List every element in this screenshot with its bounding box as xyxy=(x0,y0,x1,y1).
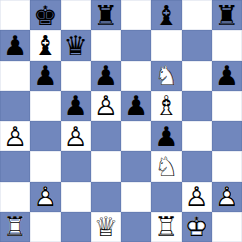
square-g2[interactable]: ♟♙ xyxy=(182,182,212,212)
white-piece-outline: ♙ xyxy=(212,182,242,212)
square-g6[interactable] xyxy=(182,61,212,91)
square-e1[interactable] xyxy=(121,212,151,242)
piece-black-king[interactable]: ♚ xyxy=(30,0,60,30)
square-d3[interactable] xyxy=(91,151,121,181)
piece-white-rook[interactable]: ♜♖ xyxy=(0,212,30,242)
white-piece-fill: ♞ xyxy=(151,151,181,181)
square-c2[interactable] xyxy=(61,182,91,212)
square-a8[interactable] xyxy=(0,0,30,30)
square-f2[interactable] xyxy=(151,182,181,212)
square-b8[interactable]: ♚ xyxy=(30,0,60,30)
black-piece-glyph: ♜ xyxy=(91,0,121,30)
white-piece-fill: ♟ xyxy=(91,91,121,121)
white-piece-outline: ♔ xyxy=(182,212,212,242)
square-b4[interactable] xyxy=(30,121,60,151)
square-c3[interactable] xyxy=(61,151,91,181)
white-piece-outline: ♘ xyxy=(151,61,181,91)
black-piece-glyph: ♝ xyxy=(151,0,181,30)
square-h5[interactable] xyxy=(212,91,242,121)
white-piece-fill: ♟ xyxy=(61,121,91,151)
square-a5[interactable] xyxy=(0,91,30,121)
square-d8[interactable]: ♜ xyxy=(91,0,121,30)
square-e5[interactable]: ♟ xyxy=(121,91,151,121)
square-f8[interactable]: ♝ xyxy=(151,0,181,30)
piece-white-pawn[interactable]: ♟♙ xyxy=(61,121,91,151)
square-h4[interactable] xyxy=(212,121,242,151)
square-h1[interactable] xyxy=(212,212,242,242)
square-f3[interactable]: ♞♘ xyxy=(151,151,181,181)
black-piece-glyph: ♟ xyxy=(151,121,181,151)
white-piece-outline: ♖ xyxy=(0,212,30,242)
piece-white-bishop[interactable]: ♝♗ xyxy=(151,91,181,121)
square-c7[interactable]: ♛ xyxy=(61,30,91,60)
black-piece-glyph: ♟ xyxy=(30,61,60,91)
black-piece-glyph: ♟ xyxy=(212,61,242,91)
piece-black-pawn[interactable]: ♟ xyxy=(61,91,91,121)
square-b2[interactable]: ♟♙ xyxy=(30,182,60,212)
square-b5[interactable] xyxy=(30,91,60,121)
square-h8[interactable]: ♜ xyxy=(212,0,242,30)
black-piece-glyph: ♟ xyxy=(91,61,121,91)
piece-black-queen[interactable]: ♛ xyxy=(61,30,91,60)
piece-white-pawn[interactable]: ♟♙ xyxy=(0,121,30,151)
square-c8[interactable] xyxy=(61,0,91,30)
black-piece-glyph: ♚ xyxy=(30,0,60,30)
white-piece-fill: ♚ xyxy=(182,212,212,242)
square-h2[interactable]: ♟♙ xyxy=(212,182,242,212)
piece-black-rook[interactable]: ♜ xyxy=(212,0,242,30)
square-h7[interactable] xyxy=(212,30,242,60)
white-piece-outline: ♗ xyxy=(151,91,181,121)
square-e7[interactable] xyxy=(121,30,151,60)
square-g3[interactable] xyxy=(182,151,212,181)
piece-white-knight[interactable]: ♞♘ xyxy=(151,151,181,181)
black-piece-glyph: ♟ xyxy=(121,91,151,121)
white-piece-outline: ♖ xyxy=(151,212,181,242)
piece-black-pawn[interactable]: ♟ xyxy=(121,91,151,121)
piece-black-pawn[interactable]: ♟ xyxy=(91,61,121,91)
square-c1[interactable] xyxy=(61,212,91,242)
square-a6[interactable] xyxy=(0,61,30,91)
square-g4[interactable] xyxy=(182,121,212,151)
black-piece-glyph: ♜ xyxy=(212,0,242,30)
square-d2[interactable] xyxy=(91,182,121,212)
square-d4[interactable] xyxy=(91,121,121,151)
square-b3[interactable] xyxy=(30,151,60,181)
white-piece-fill: ♜ xyxy=(151,212,181,242)
square-b1[interactable] xyxy=(30,212,60,242)
square-a3[interactable] xyxy=(0,151,30,181)
white-piece-outline: ♙ xyxy=(182,182,212,212)
square-c5[interactable]: ♟ xyxy=(61,91,91,121)
square-e3[interactable] xyxy=(121,151,151,181)
white-piece-fill: ♞ xyxy=(151,61,181,91)
square-e4[interactable] xyxy=(121,121,151,151)
square-b6[interactable]: ♟ xyxy=(30,61,60,91)
square-h3[interactable] xyxy=(212,151,242,181)
white-piece-fill: ♜ xyxy=(0,212,30,242)
black-piece-glyph: ♝ xyxy=(30,30,60,60)
piece-white-pawn[interactable]: ♟♙ xyxy=(91,91,121,121)
square-f7[interactable] xyxy=(151,30,181,60)
square-g8[interactable] xyxy=(182,0,212,30)
square-a2[interactable] xyxy=(0,182,30,212)
black-piece-glyph: ♟ xyxy=(0,30,30,60)
white-piece-outline: ♙ xyxy=(61,121,91,151)
square-g7[interactable] xyxy=(182,30,212,60)
square-a4[interactable]: ♟♙ xyxy=(0,121,30,151)
black-piece-glyph: ♛ xyxy=(61,30,91,60)
square-e2[interactable] xyxy=(121,182,151,212)
piece-black-rook[interactable]: ♜ xyxy=(91,0,121,30)
square-f6[interactable]: ♞♘ xyxy=(151,61,181,91)
square-c6[interactable] xyxy=(61,61,91,91)
square-g5[interactable] xyxy=(182,91,212,121)
white-piece-fill: ♟ xyxy=(212,182,242,212)
square-d7[interactable] xyxy=(91,30,121,60)
piece-white-pawn[interactable]: ♟♙ xyxy=(182,182,212,212)
piece-white-king[interactable]: ♚♔ xyxy=(182,212,212,242)
white-piece-fill: ♛ xyxy=(91,212,121,242)
white-piece-outline: ♙ xyxy=(0,121,30,151)
piece-white-rook[interactable]: ♜♖ xyxy=(151,212,181,242)
square-d1[interactable]: ♛♕ xyxy=(91,212,121,242)
square-f4[interactable]: ♟ xyxy=(151,121,181,151)
white-piece-outline: ♙ xyxy=(30,182,60,212)
square-b7[interactable]: ♝ xyxy=(30,30,60,60)
piece-black-pawn[interactable]: ♟ xyxy=(212,61,242,91)
square-a1[interactable]: ♜♖ xyxy=(0,212,30,242)
square-f1[interactable]: ♜♖ xyxy=(151,212,181,242)
square-c4[interactable]: ♟♙ xyxy=(61,121,91,151)
piece-black-bishop[interactable]: ♝ xyxy=(151,0,181,30)
white-piece-fill: ♟ xyxy=(182,182,212,212)
piece-black-pawn[interactable]: ♟ xyxy=(30,61,60,91)
white-piece-outline: ♘ xyxy=(151,151,181,181)
piece-black-pawn[interactable]: ♟ xyxy=(0,30,30,60)
chess-board: ♚♜♝♜♟♝♛♟♟♞♘♟♟♟♙♟♝♗♟♙♟♙♟♞♘♟♙♟♙♟♙♜♖♛♕♜♖♚♔ xyxy=(0,0,242,242)
square-f5[interactable]: ♝♗ xyxy=(151,91,181,121)
piece-white-pawn[interactable]: ♟♙ xyxy=(30,182,60,212)
piece-white-queen[interactable]: ♛♕ xyxy=(91,212,121,242)
square-a7[interactable]: ♟ xyxy=(0,30,30,60)
white-piece-fill: ♟ xyxy=(0,121,30,151)
white-piece-outline: ♙ xyxy=(91,91,121,121)
white-piece-fill: ♝ xyxy=(151,91,181,121)
white-piece-outline: ♕ xyxy=(91,212,121,242)
square-h6[interactable]: ♟ xyxy=(212,61,242,91)
piece-white-knight[interactable]: ♞♘ xyxy=(151,61,181,91)
piece-black-bishop[interactable]: ♝ xyxy=(30,30,60,60)
piece-white-pawn[interactable]: ♟♙ xyxy=(212,182,242,212)
square-e8[interactable] xyxy=(121,0,151,30)
white-piece-fill: ♟ xyxy=(30,182,60,212)
square-d5[interactable]: ♟♙ xyxy=(91,91,121,121)
piece-black-pawn[interactable]: ♟ xyxy=(151,121,181,151)
square-g1[interactable]: ♚♔ xyxy=(182,212,212,242)
square-d6[interactable]: ♟ xyxy=(91,61,121,91)
square-e6[interactable] xyxy=(121,61,151,91)
black-piece-glyph: ♟ xyxy=(61,91,91,121)
